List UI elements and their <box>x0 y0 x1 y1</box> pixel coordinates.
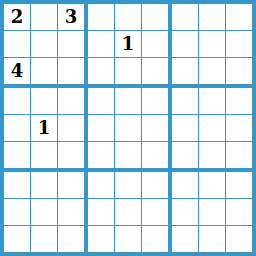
cell-r2c8[interactable] <box>199 31 226 58</box>
cell-r8c7[interactable] <box>172 199 199 226</box>
cell-r5c9[interactable] <box>226 115 252 142</box>
cell-r1c7[interactable] <box>172 4 199 31</box>
cell-r9c9[interactable] <box>226 226 252 252</box>
given-cell-r3c1[interactable]: 4 <box>4 58 31 88</box>
cell-r8c5[interactable] <box>115 199 142 226</box>
given-cell-r1c1[interactable]: 2 <box>4 4 31 31</box>
cell-r6c3[interactable] <box>58 142 88 172</box>
cell-r9c7[interactable] <box>172 226 199 252</box>
cell-r7c2[interactable] <box>31 172 58 199</box>
cell-r9c6[interactable] <box>142 226 172 252</box>
cell-r5c7[interactable] <box>172 115 199 142</box>
cell-r2c1[interactable] <box>4 31 31 58</box>
cell-r2c4[interactable] <box>88 31 115 58</box>
cell-r3c9[interactable] <box>226 58 252 88</box>
cell-r2c3[interactable] <box>58 31 88 58</box>
cell-r9c2[interactable] <box>31 226 58 252</box>
cell-r3c5[interactable] <box>115 58 142 88</box>
cell-r5c5[interactable] <box>115 115 142 142</box>
cell-r8c4[interactable] <box>88 199 115 226</box>
cell-r4c5[interactable] <box>115 88 142 115</box>
cell-r7c8[interactable] <box>199 172 226 199</box>
cell-r2c2[interactable] <box>31 31 58 58</box>
cell-r1c5[interactable] <box>115 4 142 31</box>
cell-r7c4[interactable] <box>88 172 115 199</box>
cell-r5c3[interactable] <box>58 115 88 142</box>
cell-r9c8[interactable] <box>199 226 226 252</box>
cell-r8c9[interactable] <box>226 199 252 226</box>
cell-r4c4[interactable] <box>88 88 115 115</box>
cell-r1c9[interactable] <box>226 4 252 31</box>
cell-r4c8[interactable] <box>199 88 226 115</box>
cell-r4c9[interactable] <box>226 88 252 115</box>
cell-r6c9[interactable] <box>226 142 252 172</box>
cell-r5c6[interactable] <box>142 115 172 142</box>
cell-r5c8[interactable] <box>199 115 226 142</box>
cell-r9c3[interactable] <box>58 226 88 252</box>
cell-r6c5[interactable] <box>115 142 142 172</box>
cell-r6c1[interactable] <box>4 142 31 172</box>
cell-r7c3[interactable] <box>58 172 88 199</box>
cell-r4c1[interactable] <box>4 88 31 115</box>
cell-r7c6[interactable] <box>142 172 172 199</box>
cell-r6c7[interactable] <box>172 142 199 172</box>
cell-r3c8[interactable] <box>199 58 226 88</box>
cell-r3c2[interactable] <box>31 58 58 88</box>
cell-r3c7[interactable] <box>172 58 199 88</box>
cell-r5c1[interactable] <box>4 115 31 142</box>
cell-r9c4[interactable] <box>88 226 115 252</box>
cell-r3c6[interactable] <box>142 58 172 88</box>
cell-r7c5[interactable] <box>115 172 142 199</box>
cell-r8c1[interactable] <box>4 199 31 226</box>
cell-r6c6[interactable] <box>142 142 172 172</box>
cell-r8c6[interactable] <box>142 199 172 226</box>
given-cell-r1c3[interactable]: 3 <box>58 4 88 31</box>
cell-r7c9[interactable] <box>226 172 252 199</box>
sudoku-board: 23141 <box>0 0 256 256</box>
cell-r6c8[interactable] <box>199 142 226 172</box>
cell-r6c2[interactable] <box>31 142 58 172</box>
cell-r1c2[interactable] <box>31 4 58 31</box>
cell-r9c5[interactable] <box>115 226 142 252</box>
cell-r7c7[interactable] <box>172 172 199 199</box>
cell-r3c3[interactable] <box>58 58 88 88</box>
cell-r1c4[interactable] <box>88 4 115 31</box>
cell-r4c7[interactable] <box>172 88 199 115</box>
cell-r4c6[interactable] <box>142 88 172 115</box>
cell-r3c4[interactable] <box>88 58 115 88</box>
cell-r1c8[interactable] <box>199 4 226 31</box>
cell-r4c3[interactable] <box>58 88 88 115</box>
cell-r6c4[interactable] <box>88 142 115 172</box>
cell-r8c8[interactable] <box>199 199 226 226</box>
cell-r2c9[interactable] <box>226 31 252 58</box>
given-cell-r2c5[interactable]: 1 <box>115 31 142 58</box>
cell-r9c1[interactable] <box>4 226 31 252</box>
cell-r7c1[interactable] <box>4 172 31 199</box>
cell-r8c2[interactable] <box>31 199 58 226</box>
cell-r2c6[interactable] <box>142 31 172 58</box>
cell-r5c4[interactable] <box>88 115 115 142</box>
cell-r4c2[interactable] <box>31 88 58 115</box>
given-cell-r5c2[interactable]: 1 <box>31 115 58 142</box>
cell-r8c3[interactable] <box>58 199 88 226</box>
cell-r1c6[interactable] <box>142 4 172 31</box>
cell-r2c7[interactable] <box>172 31 199 58</box>
